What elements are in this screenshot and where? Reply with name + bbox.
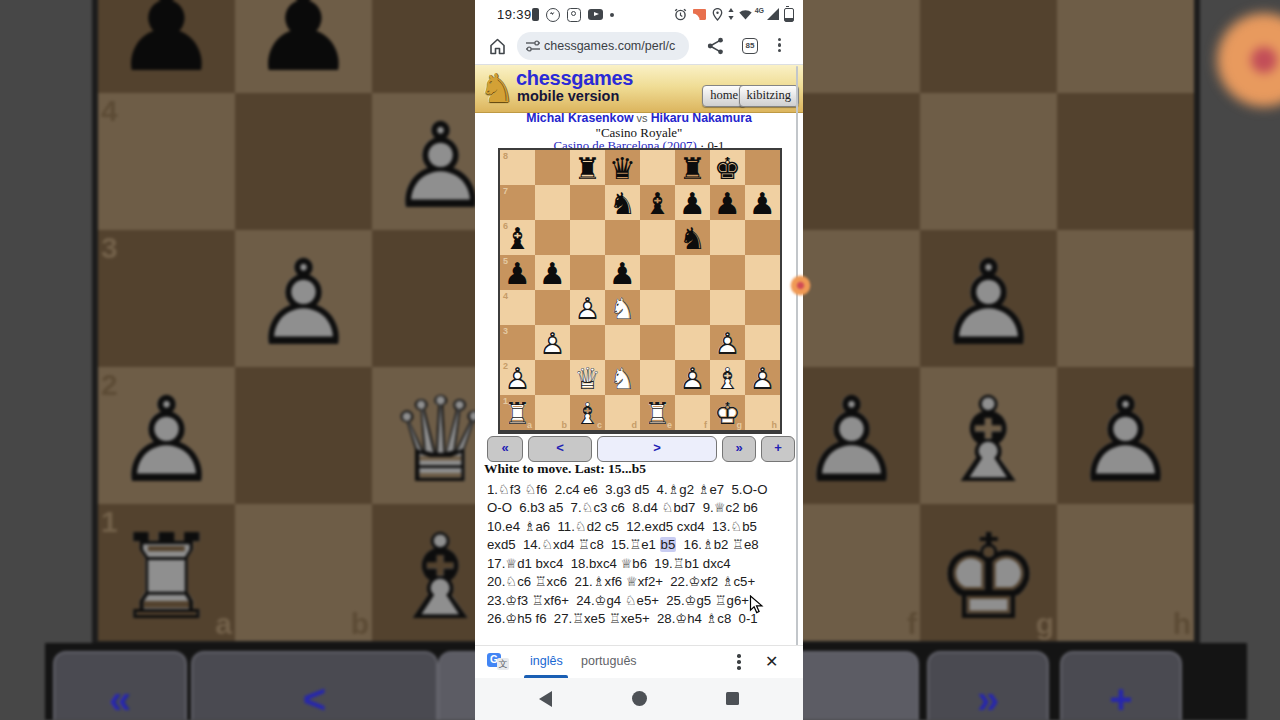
square-h3	[745, 325, 780, 360]
square-e2	[640, 360, 675, 395]
instagram-icon	[567, 8, 581, 22]
nav-button-first[interactable]: «	[487, 436, 523, 462]
square-g5	[920, 0, 1057, 93]
home-button-icon[interactable]	[488, 37, 507, 56]
square-g4	[710, 290, 745, 325]
square-f7-black-p: ♟	[675, 185, 710, 220]
square-d5-black-p: ♟	[605, 255, 640, 290]
square-d8-black-q: ♛	[605, 150, 640, 185]
floating-handle[interactable]	[790, 275, 811, 296]
page-scrollbar[interactable]	[796, 66, 799, 651]
nav-button-next[interactable]: >	[597, 436, 717, 462]
square-h4	[1057, 93, 1194, 230]
background-orange-blob	[1212, 8, 1280, 112]
square-d6	[605, 220, 640, 255]
square-f8-black-r: ♜	[675, 150, 710, 185]
back-button-icon[interactable]	[539, 691, 552, 707]
square-f5	[783, 0, 920, 93]
square-a1-white-r: 1a♜♖	[98, 504, 235, 641]
kibitzing-button[interactable]: kibitzing	[739, 85, 799, 107]
square-c1-white-b: c♝♗	[570, 395, 605, 430]
bg-nav-button-last: »	[927, 651, 1049, 720]
square-b4	[535, 290, 570, 325]
square-h1: h	[745, 395, 780, 430]
square-f3	[783, 230, 920, 367]
network-type-label: 4G	[755, 7, 764, 14]
mouse-cursor	[749, 595, 766, 615]
translate-target-tab[interactable]: português	[581, 654, 637, 668]
square-e7-black-b: ♝	[640, 185, 675, 220]
translate-menu-button[interactable]	[737, 654, 741, 672]
square-a3: 3	[500, 325, 535, 360]
square-c8-black-r: ♜	[570, 150, 605, 185]
square-h7-black-p: ♟	[745, 185, 780, 220]
square-b1: b	[535, 395, 570, 430]
square-f4	[675, 290, 710, 325]
square-g2-white-b: ♝♗	[920, 367, 1057, 504]
data-arrows-icon	[728, 8, 734, 20]
square-c5	[570, 255, 605, 290]
move-navigation: «<>»+	[487, 436, 795, 462]
square-g4	[920, 93, 1057, 230]
overflow-dot-icon	[610, 13, 614, 17]
square-g3-white-p: ♟♙	[920, 230, 1057, 367]
square-b7	[535, 185, 570, 220]
square-b8	[535, 150, 570, 185]
square-h2-white-p: ♟♙	[745, 360, 780, 395]
square-d1: d	[605, 395, 640, 430]
bg-nav-button-prev: <	[191, 651, 438, 720]
square-a2-white-p: 2♟♙	[98, 367, 235, 504]
square-e8	[640, 150, 675, 185]
move-line-4: exd5 14.♘xd4 ♖c8 15.♖e1 b5 16.♗b2 ♖e8	[487, 536, 795, 554]
square-b1: b	[235, 504, 372, 641]
square-g3-white-p: ♟♙	[710, 325, 745, 360]
square-h8	[745, 150, 780, 185]
battery-notification-icon	[532, 8, 539, 21]
clock-time: 19:39	[497, 7, 532, 22]
chessgames-banner: ♞ chessgames mobile version home kibitzi…	[475, 65, 803, 113]
square-f2-white-p: ♟♙	[783, 367, 920, 504]
square-f6-black-n: ♞	[675, 220, 710, 255]
phone-screen: 19:39	[475, 0, 803, 720]
square-g1-white-k: g♚♔	[920, 504, 1057, 641]
google-translate-icon: G 文	[487, 653, 511, 672]
square-g2-white-b: ♝♗	[710, 360, 745, 395]
url-text: chessgames.com/perl/c	[544, 32, 675, 60]
browser-menu-button[interactable]	[778, 38, 781, 54]
site-settings-icon[interactable]	[526, 39, 540, 53]
square-b6	[535, 220, 570, 255]
square-g6	[710, 220, 745, 255]
square-g5	[710, 255, 745, 290]
square-h5	[1057, 0, 1194, 93]
chess-board: 8♜♛♜♚7♞♝♟♟♟6♝♞5♟♟♟4♟♙♞♘3♟♙♟♙2♟♙♛♕♞♘♟♙♝♗♟…	[498, 148, 782, 434]
square-f1: f	[675, 395, 710, 430]
youtube-icon	[588, 9, 603, 20]
location-pin-icon	[712, 8, 723, 21]
url-bar[interactable]: chessgames.com/perl/c	[517, 32, 689, 60]
square-f5	[675, 255, 710, 290]
square-a4: 4	[98, 93, 235, 230]
current-move-highlight: b5	[660, 537, 677, 552]
tab-switcher-button[interactable]: 85	[742, 38, 758, 54]
square-h4	[745, 290, 780, 325]
square-b2	[535, 360, 570, 395]
translate-source-tab[interactable]: inglês	[530, 654, 563, 668]
square-e5	[640, 255, 675, 290]
square-a5-black-p: 5♟	[98, 0, 235, 93]
white-player-link[interactable]: Michal Krasenkow	[526, 111, 633, 125]
browser-toolbar: chessgames.com/perl/c 85	[475, 28, 803, 65]
square-e1-white-r: e♜♖	[640, 395, 675, 430]
nav-button-add[interactable]: +	[761, 436, 795, 462]
wifi-icon	[739, 9, 752, 20]
nav-button-prev[interactable]: <	[528, 436, 592, 462]
android-nav-bar	[475, 678, 803, 720]
square-b5-black-p: ♟	[535, 255, 570, 290]
vs-label: vs	[634, 112, 651, 124]
square-c6	[570, 220, 605, 255]
move-line-6: 20.♘c6 ♖xc6 21.♗xf6 ♕xf2+ 22.♔xf2 ♗c5+	[487, 573, 795, 591]
alarm-clock-icon	[674, 8, 687, 21]
square-d2-white-n: ♞♘	[605, 360, 640, 395]
square-h5	[745, 255, 780, 290]
square-e3	[640, 325, 675, 360]
square-g7-black-p: ♟	[710, 185, 745, 220]
square-c2-white-q: ♛♕	[570, 360, 605, 395]
messenger-icon	[546, 8, 560, 22]
square-d7-black-n: ♞	[605, 185, 640, 220]
signal-strength-icon	[767, 8, 779, 20]
square-a3: 3	[98, 230, 235, 367]
move-line-1: 1.♘f3 ♘f6 2.c4 e6 3.g3 d5 4.♗g2 ♗e7 5.O-…	[487, 481, 795, 499]
square-f1: f	[783, 504, 920, 641]
players-line: Michal Krasenkow vs Hikaru Nakamura	[475, 112, 803, 125]
square-e6	[640, 220, 675, 255]
square-g8-black-k: ♚	[710, 150, 745, 185]
chessgames-knight-logo-icon: ♞	[479, 66, 515, 110]
square-b4	[235, 93, 372, 230]
bg-nav-button-add: +	[1060, 651, 1182, 720]
square-b3-white-p: ♟♙	[535, 325, 570, 360]
notification-icons	[532, 8, 614, 21]
square-a2-white-p: 2♟♙	[500, 360, 535, 395]
square-b3-white-p: ♟♙	[235, 230, 372, 367]
move-line-2: O-O 6.b3 a5 7.♘c3 c6 8.d4 ♘bd7 9.♕c2 b6	[487, 499, 795, 517]
square-c3	[570, 325, 605, 360]
nav-button-last[interactable]: »	[722, 436, 756, 462]
translate-close-icon[interactable]: ✕	[765, 652, 778, 671]
share-icon[interactable]	[707, 37, 724, 55]
system-status-icons: 4G	[674, 7, 794, 21]
move-line-5: 17.♕d1 bxc4 18.bxc4 ♕b6 19.♖b1 dxc4	[487, 555, 795, 573]
square-h3	[1057, 230, 1194, 367]
recents-square-icon[interactable]	[726, 692, 739, 705]
square-f2-white-p: ♟♙	[675, 360, 710, 395]
site-title: chessgames	[516, 67, 633, 90]
square-e4	[640, 290, 675, 325]
square-f3	[675, 325, 710, 360]
to-move-status: White to move. Last: 15...b5	[484, 461, 646, 477]
move-line-3: 10.e4 ♗a6 11.♘d2 c5 12.exd5 cxd4 13.♘b5	[487, 518, 795, 536]
square-a6-black-b: 6♝	[500, 220, 535, 255]
square-b2	[235, 367, 372, 504]
home-circle-icon[interactable]	[632, 691, 647, 706]
square-d3	[605, 325, 640, 360]
square-c4-white-p: ♟♙	[570, 290, 605, 325]
android-status-bar: 19:39	[475, 0, 803, 28]
square-a7: 7	[500, 185, 535, 220]
square-d4-white-n: ♞♘	[605, 290, 640, 325]
translate-bar: G 文 inglês português ✕	[475, 645, 803, 679]
game-header: Michal Krasenkow vs Hikaru Nakamura "Cas…	[475, 112, 803, 153]
square-g1-white-k: g♚♔	[710, 395, 745, 430]
square-a1-white-r: 1a♜♖	[500, 395, 535, 430]
bg-nav-button-first: «	[53, 651, 187, 720]
square-c7	[570, 185, 605, 220]
square-f4	[783, 93, 920, 230]
square-h1: h	[1057, 504, 1194, 641]
square-b5-black-p: ♟	[235, 0, 372, 93]
cast-icon	[692, 8, 707, 21]
square-a8: 8	[500, 150, 535, 185]
site-subtitle: mobile version	[517, 88, 619, 104]
battery-icon	[784, 8, 794, 22]
square-a5-black-p: 5♟	[500, 255, 535, 290]
square-a4: 4	[500, 290, 535, 325]
square-h2-white-p: ♟♙	[1057, 367, 1194, 504]
square-h6	[745, 220, 780, 255]
black-player-link[interactable]: Hikaru Nakamura	[651, 111, 752, 125]
game-nickname: "Casino Royale"	[475, 126, 803, 139]
